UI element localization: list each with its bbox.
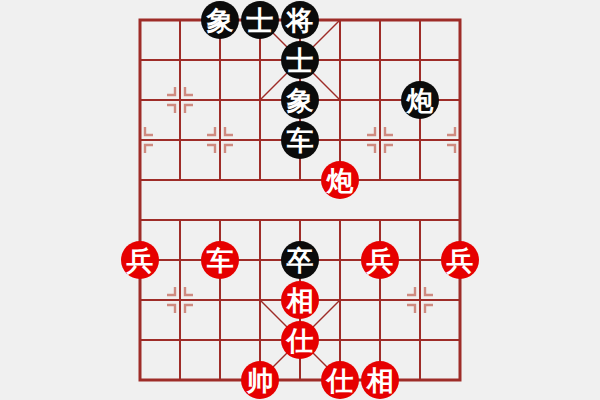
piece-black-advisor-2[interactable]: 士 [281,41,319,79]
point-marker [167,287,175,295]
piece-red-chariot[interactable]: 车 [201,241,239,279]
point-marker [185,105,193,113]
point-marker [407,287,415,295]
point-marker [167,105,175,113]
point-marker [425,287,433,295]
point-marker [447,145,455,153]
point-marker [145,145,153,153]
point-marker [225,145,233,153]
point-marker [367,127,375,135]
point-marker [185,87,193,95]
point-marker [167,87,175,95]
point-marker [367,145,375,153]
piece-red-elephant-2[interactable]: 相 [361,361,399,399]
point-marker [225,127,233,135]
point-marker [207,145,215,153]
piece-red-soldier-2[interactable]: 兵 [361,241,399,279]
piece-black-advisor-1[interactable]: 士 [241,1,279,39]
point-marker [207,127,215,135]
piece-red-cannon[interactable]: 炮 [321,161,359,199]
piece-black-soldier[interactable]: 卒 [281,241,319,279]
point-marker [447,127,455,135]
point-marker [385,145,393,153]
piece-red-advisor-1[interactable]: 仕 [281,321,319,359]
piece-black-elephant-2[interactable]: 象 [281,81,319,119]
point-marker [145,127,153,135]
piece-black-chariot[interactable]: 车 [281,121,319,159]
point-marker [407,305,415,313]
piece-red-soldier-3[interactable]: 兵 [441,241,479,279]
point-marker [425,305,433,313]
piece-red-general[interactable]: 帅 [241,361,279,399]
point-marker [167,305,175,313]
point-marker [385,127,393,135]
piece-black-elephant-1[interactable]: 象 [201,1,239,39]
xiangqi-board-screenshot: 象士将士象炮车炮兵车卒兵兵相仕帅仕相 [0,0,600,400]
point-marker [185,287,193,295]
xiangqi-board: 象士将士象炮车炮兵车卒兵兵相仕帅仕相 [0,0,600,400]
point-marker [185,305,193,313]
piece-red-advisor-2[interactable]: 仕 [321,361,359,399]
piece-black-general[interactable]: 将 [281,1,319,39]
piece-red-elephant-1[interactable]: 相 [281,281,319,319]
piece-red-soldier-1[interactable]: 兵 [121,241,159,279]
piece-black-cannon[interactable]: 炮 [401,81,439,119]
